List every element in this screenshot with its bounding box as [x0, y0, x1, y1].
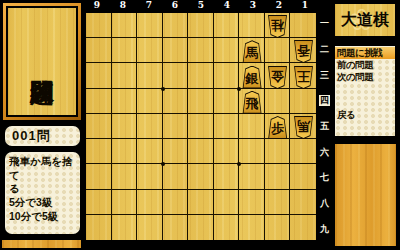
board-square[interactable]	[214, 89, 240, 114]
piece-body: 桂	[268, 16, 287, 37]
piece-kanji: 飛	[246, 97, 259, 110]
rank-label: 二	[318, 37, 331, 63]
rank-label: 六	[318, 139, 331, 165]
board-square[interactable]	[112, 63, 138, 88]
board-square[interactable]	[239, 139, 265, 164]
piece-body: 歩	[268, 117, 287, 138]
file-label: 2	[266, 0, 292, 11]
file-label: 6	[162, 0, 188, 11]
board-square[interactable]	[137, 63, 163, 88]
board-square[interactable]	[163, 13, 189, 38]
hint-line: 飛車か馬を捨て	[9, 155, 78, 182]
piece-body: 馬	[243, 41, 262, 62]
hoshi-dot	[161, 162, 165, 166]
board-square[interactable]	[112, 215, 138, 240]
shogi-board: 桂馬香銀金王飛歩馬	[84, 11, 318, 242]
board-square[interactable]	[86, 89, 112, 114]
piece-body: 王	[294, 67, 313, 88]
rank-label-text: 八	[320, 197, 329, 210]
rank-label-text: 六	[320, 146, 329, 159]
board-square[interactable]	[112, 139, 138, 164]
board-square[interactable]	[214, 139, 240, 164]
board-square[interactable]	[265, 190, 291, 215]
board-square[interactable]	[188, 38, 214, 63]
menu-item-back[interactable]: 戻る	[335, 109, 395, 121]
board-square[interactable]	[214, 114, 240, 139]
board-square[interactable]	[290, 190, 316, 215]
rank-label-text: 九	[320, 223, 329, 236]
board-square[interactable]	[265, 38, 291, 63]
board-square[interactable]	[214, 63, 240, 88]
file-label: 4	[214, 0, 240, 11]
board-square[interactable]	[188, 215, 214, 240]
hoshi-dot	[237, 162, 241, 166]
file-label: 9	[84, 0, 110, 11]
board-square[interactable]	[137, 190, 163, 215]
right-wood-panel	[333, 142, 398, 248]
menu-panel: 問題に挑戦前の問題次の問題戻る	[333, 44, 397, 138]
board-square[interactable]	[137, 114, 163, 139]
board-square[interactable]	[86, 63, 112, 88]
file-label: 8	[110, 0, 136, 11]
file-coordinates: 987654321	[84, 0, 318, 11]
file-label: 7	[136, 0, 162, 11]
board-square[interactable]	[290, 164, 316, 189]
board-square[interactable]	[86, 139, 112, 164]
left-wood-strip	[2, 240, 81, 248]
board-square[interactable]	[290, 89, 316, 114]
board-square[interactable]	[188, 190, 214, 215]
board-square[interactable]	[86, 215, 112, 240]
board-square[interactable]	[163, 215, 189, 240]
rank-label: 九	[318, 216, 331, 242]
rank-coordinates: 一二三四五六七八九	[318, 11, 331, 242]
board-square[interactable]	[239, 13, 265, 38]
board-square[interactable]	[112, 164, 138, 189]
board-square[interactable]	[214, 215, 240, 240]
board-square[interactable]	[112, 38, 138, 63]
board-square[interactable]	[112, 190, 138, 215]
piece-kanji: 金	[271, 70, 284, 83]
board-square[interactable]	[112, 114, 138, 139]
board-square[interactable]	[265, 164, 291, 189]
rank-label: 七	[318, 165, 331, 191]
board-square[interactable]	[188, 13, 214, 38]
piece-kanji: 銀	[246, 72, 259, 85]
board-square[interactable]	[163, 114, 189, 139]
problem-counter-label: 001問	[12, 127, 51, 145]
piece-body: 香	[294, 41, 313, 62]
hint-line: 10分で5級	[9, 210, 78, 224]
board-square[interactable]	[163, 89, 189, 114]
menu-item-前の問題[interactable]: 前の問題	[335, 59, 395, 71]
piece-kanji: 桂	[271, 19, 284, 32]
rank-label: 四	[318, 88, 331, 114]
board-square[interactable]	[86, 38, 112, 63]
board-square[interactable]	[163, 63, 189, 88]
board-square[interactable]	[137, 13, 163, 38]
menu-item-次の問題[interactable]: 次の問題	[335, 71, 395, 83]
board-square[interactable]	[265, 89, 291, 114]
board-square[interactable]	[290, 139, 316, 164]
board-square[interactable]	[265, 139, 291, 164]
file-label: 1	[292, 0, 318, 11]
board-square[interactable]	[112, 89, 138, 114]
piece-body: 金	[268, 67, 287, 88]
rank-label: 三	[318, 62, 331, 88]
board-square[interactable]	[290, 215, 316, 240]
board-square[interactable]	[86, 190, 112, 215]
board-square[interactable]	[214, 164, 240, 189]
practice-title: 練習問題	[30, 60, 54, 64]
board-square[interactable]	[137, 38, 163, 63]
board-square[interactable]	[86, 13, 112, 38]
piece-body: 馬	[294, 117, 313, 138]
piece-body: 飛	[243, 92, 262, 113]
board-square[interactable]	[188, 114, 214, 139]
board-square[interactable]	[239, 114, 265, 139]
board-square[interactable]	[214, 13, 240, 38]
board-square[interactable]	[137, 139, 163, 164]
board-square[interactable]	[137, 164, 163, 189]
hoshi-dot	[237, 87, 241, 91]
piece-kanji: 馬	[246, 46, 259, 59]
rank-label-text: 一	[320, 17, 329, 30]
board-square[interactable]	[290, 13, 316, 38]
board-square[interactable]	[112, 13, 138, 38]
piece-body: 銀	[243, 67, 262, 88]
hint-line: る	[9, 182, 78, 196]
board-square[interactable]	[188, 63, 214, 88]
file-label: 3	[240, 0, 266, 11]
board-square[interactable]	[265, 215, 291, 240]
board-square[interactable]	[239, 190, 265, 215]
board-square[interactable]	[188, 139, 214, 164]
app-title: 大道棋	[341, 10, 389, 31]
piece-kanji: 王	[297, 70, 310, 83]
board-square[interactable]	[163, 190, 189, 215]
rank-label-text: 五	[320, 120, 329, 133]
app-title-panel: ❀ 大道棋	[333, 2, 397, 38]
board-square[interactable]	[214, 190, 240, 215]
board-square[interactable]	[163, 164, 189, 189]
rank-label: 八	[318, 191, 331, 217]
piece-kanji: 馬	[297, 120, 310, 133]
file-label: 5	[188, 0, 214, 11]
hoshi-dot	[161, 87, 165, 91]
shogi-app-window: 練習問題 001問 飛車か馬を捨てる5分で3級10分で5級 987654321 …	[0, 0, 400, 250]
board-square[interactable]	[188, 89, 214, 114]
piece-kanji: 歩	[271, 122, 284, 135]
board-square[interactable]	[137, 89, 163, 114]
board-square[interactable]	[188, 164, 214, 189]
board-square[interactable]	[163, 38, 189, 63]
rank-label-text: 七	[320, 171, 329, 184]
rank-label-text: 二	[320, 43, 329, 56]
problem-counter: 001問	[3, 124, 82, 148]
rank-label: 五	[318, 114, 331, 140]
rank-label-text: 四	[319, 95, 330, 106]
board-square[interactable]	[239, 164, 265, 189]
board-square[interactable]	[137, 215, 163, 240]
board-square[interactable]	[163, 139, 189, 164]
board-square[interactable]	[86, 114, 112, 139]
rank-label: 一	[318, 11, 331, 37]
rank-label-text: 三	[320, 69, 329, 82]
board-square[interactable]	[239, 215, 265, 240]
hint-box: 飛車か馬を捨てる5分で3級10分で5級	[3, 150, 82, 236]
practice-title-panel: 練習問題	[2, 2, 82, 121]
menu-item-問題に挑戦[interactable]: 問題に挑戦	[335, 47, 395, 59]
practice-title-frame: 練習問題	[6, 6, 78, 117]
board-square[interactable]	[214, 38, 240, 63]
hint-line: 5分で3級	[9, 196, 78, 210]
board-square[interactable]	[86, 164, 112, 189]
piece-kanji: 香	[297, 44, 310, 57]
